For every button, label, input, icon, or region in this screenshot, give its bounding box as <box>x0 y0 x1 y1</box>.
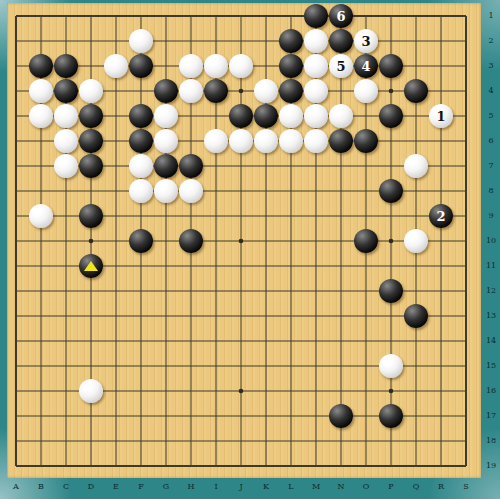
black-stone[interactable] <box>129 104 153 128</box>
intersection[interactable] <box>404 129 429 154</box>
intersection[interactable] <box>404 454 429 479</box>
intersection[interactable] <box>179 54 204 79</box>
intersection[interactable] <box>304 304 329 329</box>
intersection[interactable] <box>254 429 279 454</box>
intersection[interactable] <box>254 304 279 329</box>
intersection[interactable] <box>279 129 304 154</box>
intersection[interactable] <box>104 279 129 304</box>
intersection[interactable] <box>279 54 304 79</box>
intersection[interactable] <box>304 379 329 404</box>
intersection[interactable] <box>79 354 104 379</box>
intersection[interactable] <box>454 54 479 79</box>
intersection[interactable] <box>104 329 129 354</box>
intersection[interactable] <box>54 404 79 429</box>
intersection[interactable] <box>354 304 379 329</box>
intersection[interactable] <box>4 304 29 329</box>
intersection[interactable] <box>304 204 329 229</box>
intersection[interactable] <box>129 54 154 79</box>
intersection[interactable] <box>279 29 304 54</box>
white-stone[interactable] <box>154 129 178 153</box>
black-stone[interactable] <box>79 104 103 128</box>
intersection[interactable] <box>454 29 479 54</box>
intersection[interactable] <box>254 129 279 154</box>
intersection[interactable] <box>304 454 329 479</box>
intersection[interactable] <box>79 329 104 354</box>
black-stone[interactable] <box>179 229 203 253</box>
intersection[interactable] <box>4 279 29 304</box>
intersection[interactable] <box>354 429 379 454</box>
black-stone[interactable] <box>404 304 428 328</box>
intersection[interactable] <box>379 129 404 154</box>
intersection[interactable] <box>404 4 429 29</box>
white-stone[interactable] <box>54 129 78 153</box>
intersection[interactable] <box>354 404 379 429</box>
intersection[interactable] <box>104 29 129 54</box>
intersection[interactable] <box>79 104 104 129</box>
black-stone[interactable] <box>379 279 403 303</box>
intersection[interactable] <box>404 304 429 329</box>
intersection[interactable] <box>354 329 379 354</box>
black-stone[interactable] <box>329 129 353 153</box>
intersection[interactable] <box>304 154 329 179</box>
intersection[interactable] <box>54 29 79 54</box>
intersection[interactable] <box>279 154 304 179</box>
black-stone[interactable] <box>129 54 153 78</box>
intersection[interactable] <box>404 104 429 129</box>
intersection[interactable] <box>54 429 79 454</box>
intersection[interactable] <box>129 454 154 479</box>
intersection[interactable] <box>4 129 29 154</box>
intersection[interactable] <box>229 329 254 354</box>
intersection[interactable] <box>254 54 279 79</box>
intersection[interactable] <box>329 454 354 479</box>
intersection[interactable] <box>429 379 454 404</box>
intersection[interactable] <box>154 79 179 104</box>
intersection[interactable] <box>54 354 79 379</box>
intersection[interactable] <box>4 354 29 379</box>
black-stone[interactable] <box>304 4 328 28</box>
intersection[interactable] <box>229 29 254 54</box>
intersection[interactable] <box>129 79 154 104</box>
intersection[interactable] <box>329 379 354 404</box>
intersection[interactable] <box>379 279 404 304</box>
intersection[interactable] <box>129 329 154 354</box>
intersection[interactable] <box>229 354 254 379</box>
white-stone[interactable] <box>404 229 428 253</box>
white-stone[interactable] <box>29 104 53 128</box>
intersection[interactable] <box>179 429 204 454</box>
intersection[interactable] <box>379 229 404 254</box>
intersection[interactable] <box>329 429 354 454</box>
intersection[interactable] <box>179 329 204 354</box>
black-stone[interactable] <box>154 154 178 178</box>
intersection[interactable] <box>454 329 479 354</box>
intersection[interactable] <box>379 329 404 354</box>
intersection[interactable] <box>29 104 54 129</box>
white-stone[interactable] <box>29 204 53 228</box>
black-stone[interactable] <box>79 204 103 228</box>
intersection[interactable] <box>304 329 329 354</box>
intersection[interactable] <box>4 429 29 454</box>
intersection[interactable] <box>254 179 279 204</box>
intersection[interactable]: 5 <box>329 54 354 79</box>
black-stone[interactable] <box>279 79 303 103</box>
intersection[interactable] <box>54 229 79 254</box>
intersection[interactable] <box>29 54 54 79</box>
intersection[interactable] <box>254 354 279 379</box>
intersection[interactable] <box>229 104 254 129</box>
white-stone[interactable] <box>354 79 378 103</box>
intersection[interactable] <box>204 54 229 79</box>
intersection[interactable] <box>379 404 404 429</box>
intersection[interactable] <box>454 79 479 104</box>
intersection[interactable] <box>4 4 29 29</box>
intersection[interactable] <box>179 79 204 104</box>
intersection[interactable] <box>229 54 254 79</box>
intersection[interactable] <box>204 254 229 279</box>
intersection[interactable] <box>104 4 129 29</box>
intersection[interactable] <box>404 179 429 204</box>
white-stone[interactable] <box>179 179 203 203</box>
intersection[interactable] <box>79 129 104 154</box>
intersection[interactable] <box>104 129 129 154</box>
white-stone[interactable] <box>304 129 328 153</box>
intersection[interactable] <box>229 404 254 429</box>
intersection[interactable] <box>29 129 54 154</box>
intersection[interactable] <box>54 129 79 154</box>
intersection[interactable] <box>179 254 204 279</box>
intersection[interactable] <box>379 4 404 29</box>
intersection[interactable] <box>404 254 429 279</box>
white-stone[interactable] <box>229 54 253 78</box>
intersection[interactable]: 6 <box>329 4 354 29</box>
intersection[interactable] <box>79 79 104 104</box>
white-stone[interactable] <box>304 54 328 78</box>
intersection[interactable] <box>204 29 229 54</box>
intersection[interactable] <box>29 379 54 404</box>
intersection[interactable] <box>354 379 379 404</box>
intersection[interactable] <box>79 204 104 229</box>
white-stone[interactable] <box>329 104 353 128</box>
intersection[interactable] <box>279 354 304 379</box>
intersection[interactable] <box>429 154 454 179</box>
intersection[interactable] <box>29 79 54 104</box>
white-stone[interactable] <box>129 179 153 203</box>
black-stone[interactable] <box>329 404 353 428</box>
intersection[interactable] <box>279 204 304 229</box>
intersection[interactable] <box>129 304 154 329</box>
intersection[interactable] <box>79 254 104 279</box>
intersection[interactable]: 2 <box>429 204 454 229</box>
intersection[interactable] <box>129 379 154 404</box>
white-stone[interactable] <box>54 154 78 178</box>
white-stone[interactable] <box>204 54 228 78</box>
intersection[interactable] <box>54 4 79 29</box>
white-stone[interactable] <box>254 79 278 103</box>
intersection[interactable] <box>429 254 454 279</box>
intersection[interactable] <box>254 104 279 129</box>
intersection[interactable] <box>129 279 154 304</box>
intersection[interactable] <box>4 229 29 254</box>
intersection[interactable] <box>4 104 29 129</box>
intersection[interactable] <box>204 454 229 479</box>
intersection[interactable] <box>404 429 429 454</box>
intersection[interactable] <box>29 429 54 454</box>
intersection[interactable] <box>279 404 304 429</box>
intersection[interactable] <box>4 79 29 104</box>
intersection[interactable] <box>154 4 179 29</box>
intersection[interactable] <box>279 379 304 404</box>
intersection[interactable] <box>104 179 129 204</box>
intersection[interactable] <box>79 404 104 429</box>
intersection[interactable] <box>204 379 229 404</box>
black-stone[interactable] <box>29 54 53 78</box>
intersection[interactable] <box>4 454 29 479</box>
intersection[interactable] <box>454 229 479 254</box>
intersection[interactable] <box>154 404 179 429</box>
black-stone[interactable] <box>354 229 378 253</box>
intersection[interactable] <box>179 179 204 204</box>
intersection[interactable] <box>154 204 179 229</box>
intersection[interactable] <box>79 229 104 254</box>
intersection[interactable] <box>154 354 179 379</box>
intersection[interactable] <box>179 404 204 429</box>
black-stone[interactable] <box>79 154 103 178</box>
intersection[interactable] <box>29 279 54 304</box>
intersection[interactable] <box>54 179 79 204</box>
intersection[interactable] <box>154 304 179 329</box>
intersection[interactable] <box>404 229 429 254</box>
black-stone[interactable] <box>129 129 153 153</box>
intersection[interactable] <box>379 104 404 129</box>
intersection[interactable] <box>104 229 129 254</box>
intersection[interactable] <box>79 304 104 329</box>
intersection[interactable] <box>304 254 329 279</box>
intersection[interactable] <box>304 54 329 79</box>
intersection[interactable] <box>204 304 229 329</box>
intersection[interactable] <box>379 429 404 454</box>
intersection[interactable] <box>54 454 79 479</box>
intersection[interactable] <box>304 229 329 254</box>
intersection[interactable] <box>29 304 54 329</box>
black-stone[interactable] <box>279 29 303 53</box>
intersection[interactable] <box>4 179 29 204</box>
intersection[interactable] <box>54 154 79 179</box>
intersection[interactable] <box>429 129 454 154</box>
intersection[interactable] <box>4 254 29 279</box>
intersection[interactable] <box>454 154 479 179</box>
intersection[interactable] <box>254 329 279 354</box>
white-stone[interactable] <box>29 79 53 103</box>
intersection[interactable] <box>79 379 104 404</box>
intersection[interactable] <box>54 204 79 229</box>
intersection[interactable] <box>429 4 454 29</box>
black-stone[interactable] <box>354 129 378 153</box>
white-stone[interactable] <box>229 129 253 153</box>
black-stone[interactable] <box>229 104 253 128</box>
intersection[interactable] <box>454 379 479 404</box>
intersection[interactable] <box>204 229 229 254</box>
intersection[interactable] <box>154 129 179 154</box>
intersection[interactable] <box>429 454 454 479</box>
white-stone[interactable] <box>379 354 403 378</box>
intersection[interactable] <box>329 79 354 104</box>
intersection[interactable] <box>4 379 29 404</box>
intersection[interactable] <box>29 454 54 479</box>
intersection[interactable] <box>179 304 204 329</box>
intersection[interactable] <box>129 204 154 229</box>
black-stone[interactable] <box>54 79 78 103</box>
intersection[interactable] <box>354 154 379 179</box>
intersection[interactable] <box>204 204 229 229</box>
intersection[interactable] <box>429 79 454 104</box>
intersection[interactable] <box>229 279 254 304</box>
intersection[interactable] <box>404 29 429 54</box>
intersection[interactable] <box>154 179 179 204</box>
black-stone[interactable] <box>254 104 278 128</box>
intersection[interactable] <box>329 29 354 54</box>
intersection[interactable] <box>229 254 254 279</box>
intersection[interactable] <box>204 129 229 154</box>
intersection[interactable] <box>354 454 379 479</box>
intersection[interactable] <box>129 104 154 129</box>
intersection[interactable] <box>129 179 154 204</box>
intersection[interactable] <box>279 429 304 454</box>
intersection[interactable] <box>79 4 104 29</box>
intersection[interactable] <box>254 279 279 304</box>
intersection[interactable] <box>204 354 229 379</box>
intersection[interactable] <box>154 429 179 454</box>
intersection[interactable] <box>204 79 229 104</box>
intersection[interactable] <box>454 179 479 204</box>
intersection[interactable] <box>379 204 404 229</box>
intersection[interactable] <box>104 379 129 404</box>
intersection[interactable] <box>304 129 329 154</box>
intersection[interactable] <box>379 29 404 54</box>
intersection[interactable] <box>254 254 279 279</box>
intersection[interactable] <box>104 104 129 129</box>
intersection[interactable] <box>29 154 54 179</box>
black-stone[interactable] <box>129 229 153 253</box>
intersection[interactable] <box>54 104 79 129</box>
intersection[interactable] <box>104 404 129 429</box>
intersection[interactable] <box>404 204 429 229</box>
intersection[interactable] <box>29 204 54 229</box>
intersection[interactable] <box>229 454 254 479</box>
intersection[interactable] <box>254 404 279 429</box>
intersection[interactable] <box>329 179 354 204</box>
intersection[interactable] <box>29 404 54 429</box>
black-stone[interactable] <box>179 154 203 178</box>
intersection[interactable] <box>204 329 229 354</box>
intersection[interactable] <box>429 29 454 54</box>
intersection[interactable] <box>304 404 329 429</box>
intersection[interactable] <box>154 229 179 254</box>
intersection[interactable] <box>454 429 479 454</box>
intersection[interactable] <box>129 154 154 179</box>
intersection[interactable] <box>254 454 279 479</box>
intersection[interactable] <box>54 304 79 329</box>
intersection[interactable] <box>454 354 479 379</box>
intersection[interactable] <box>429 404 454 429</box>
intersection[interactable] <box>279 79 304 104</box>
intersection[interactable] <box>204 179 229 204</box>
black-stone[interactable] <box>379 54 403 78</box>
intersection[interactable] <box>404 329 429 354</box>
intersection[interactable] <box>454 4 479 29</box>
intersection[interactable] <box>354 129 379 154</box>
intersection[interactable] <box>204 4 229 29</box>
white-stone[interactable] <box>179 79 203 103</box>
black-stone[interactable] <box>379 104 403 128</box>
intersection[interactable] <box>454 204 479 229</box>
intersection[interactable] <box>454 104 479 129</box>
intersection[interactable] <box>129 354 154 379</box>
intersection[interactable] <box>54 79 79 104</box>
black-stone[interactable] <box>379 179 403 203</box>
intersection[interactable] <box>104 454 129 479</box>
intersection[interactable] <box>154 104 179 129</box>
intersection[interactable]: 3 <box>354 29 379 54</box>
white-stone[interactable] <box>79 79 103 103</box>
intersection[interactable] <box>454 404 479 429</box>
intersection[interactable] <box>429 279 454 304</box>
intersection[interactable] <box>79 429 104 454</box>
intersection[interactable] <box>129 404 154 429</box>
intersection[interactable] <box>429 54 454 79</box>
intersection[interactable] <box>329 329 354 354</box>
white-stone[interactable] <box>154 104 178 128</box>
intersection[interactable] <box>379 379 404 404</box>
intersection[interactable] <box>4 29 29 54</box>
intersection[interactable] <box>229 79 254 104</box>
intersection[interactable] <box>29 4 54 29</box>
intersection[interactable] <box>254 379 279 404</box>
intersection[interactable] <box>179 129 204 154</box>
black-stone[interactable] <box>329 29 353 53</box>
white-stone[interactable] <box>254 129 278 153</box>
intersection[interactable] <box>104 254 129 279</box>
intersection[interactable] <box>4 204 29 229</box>
intersection[interactable] <box>454 454 479 479</box>
intersection[interactable] <box>29 354 54 379</box>
intersection[interactable] <box>404 54 429 79</box>
intersection[interactable] <box>204 404 229 429</box>
intersection[interactable] <box>329 104 354 129</box>
black-stone[interactable] <box>279 54 303 78</box>
intersection[interactable] <box>179 204 204 229</box>
intersection[interactable] <box>329 129 354 154</box>
intersection[interactable] <box>279 254 304 279</box>
intersection[interactable] <box>179 29 204 54</box>
intersection[interactable]: 1 <box>429 104 454 129</box>
intersection[interactable] <box>179 229 204 254</box>
intersection[interactable] <box>429 354 454 379</box>
intersection[interactable] <box>204 429 229 454</box>
intersection[interactable] <box>354 104 379 129</box>
intersection[interactable] <box>104 304 129 329</box>
intersection[interactable] <box>54 329 79 354</box>
intersection[interactable] <box>329 229 354 254</box>
intersection[interactable] <box>29 179 54 204</box>
intersection[interactable] <box>429 329 454 354</box>
intersection[interactable] <box>4 329 29 354</box>
intersection[interactable] <box>354 279 379 304</box>
intersection[interactable] <box>104 429 129 454</box>
intersection[interactable] <box>204 279 229 304</box>
intersection[interactable] <box>229 204 254 229</box>
intersection[interactable] <box>454 304 479 329</box>
